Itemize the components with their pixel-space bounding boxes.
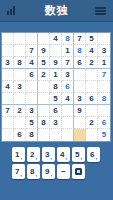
key-sub-mark: , (50, 154, 52, 160)
cell-r1c2[interactable] (14, 33, 26, 45)
cell-r9c7[interactable] (74, 129, 86, 141)
sudoku-board: 4875791843384597621621374386543687236958… (1, 32, 111, 142)
key-digit: 7 (15, 168, 19, 176)
cell-r1c9[interactable] (98, 33, 110, 45)
cell-r9c3[interactable]: 8 (26, 129, 38, 141)
cell-r5c1[interactable]: 4 (2, 81, 14, 93)
cell-r9c5[interactable] (50, 129, 62, 141)
cell-r5c3[interactable] (26, 81, 38, 93)
cell-r6c8[interactable]: 6 (86, 93, 98, 105)
key-digit: 4 (60, 151, 64, 159)
cell-r2c8[interactable]: 4 (86, 45, 98, 57)
keypad-row-1: 1,2,3,4,5,6, (12, 147, 100, 162)
cell-r8c4[interactable]: 8 (38, 117, 50, 129)
cell-r3c5[interactable]: 9 (50, 57, 62, 69)
key-4[interactable]: 4, (57, 147, 70, 162)
cell-r4c2[interactable] (14, 69, 26, 81)
cell-r9c2[interactable]: 6 (14, 129, 26, 141)
cell-r8c3[interactable]: 5 (26, 117, 38, 129)
cell-r5c5[interactable]: 8 (50, 81, 62, 93)
key-sub-mark: , (20, 171, 22, 177)
cell-r8c9[interactable]: 6 (98, 117, 110, 129)
cell-r6c2[interactable] (14, 93, 26, 105)
cell-r3c3[interactable]: 4 (26, 57, 38, 69)
key-digit: 1 (15, 151, 19, 159)
cell-r8c5[interactable]: 3 (50, 117, 62, 129)
cell-r6c6[interactable]: 4 (62, 93, 74, 105)
cell-r1c7[interactable]: 7 (74, 33, 86, 45)
cell-r1c1[interactable] (2, 33, 14, 45)
cell-r6c3[interactable] (26, 93, 38, 105)
key-1[interactable]: 1, (12, 147, 25, 162)
cell-r4c8[interactable] (86, 69, 98, 81)
cell-r7c5[interactable]: 6 (50, 105, 62, 117)
cell-r5c7[interactable] (74, 81, 86, 93)
key-5[interactable]: 5, (72, 147, 85, 162)
key-7[interactable]: 7, (12, 164, 25, 179)
cell-r4c6[interactable]: 3 (62, 69, 74, 81)
cell-r2c2[interactable] (14, 45, 26, 57)
key-sub-mark: , (35, 154, 37, 160)
cell-r9c9[interactable]: 5 (98, 129, 110, 141)
cell-r8c1[interactable] (2, 117, 14, 129)
cell-r2c9[interactable]: 3 (98, 45, 110, 57)
key-sub-mark: , (20, 154, 22, 160)
cell-r7c4[interactable] (38, 105, 50, 117)
key-8[interactable]: 8, (27, 164, 40, 179)
cell-r4c9[interactable]: 7 (98, 69, 110, 81)
cell-r6c9[interactable]: 8 (98, 93, 110, 105)
cell-r3c4[interactable]: 5 (38, 57, 50, 69)
hamburger-menu-icon[interactable] (95, 7, 106, 15)
key-sub-mark: , (35, 171, 37, 177)
cell-r2c5[interactable] (50, 45, 62, 57)
cell-r9c1[interactable] (2, 129, 14, 141)
cell-r8c2[interactable] (14, 117, 26, 129)
cell-r1c6[interactable]: 8 (62, 33, 74, 45)
key-3[interactable]: 3, (42, 147, 55, 162)
cell-r4c4[interactable]: 2 (38, 69, 50, 81)
key-sub-mark: , (80, 154, 82, 160)
cell-r4c3[interactable]: 6 (26, 69, 38, 81)
keypad-row-2: 7,8,9,− (12, 164, 85, 179)
key-erase[interactable] (72, 164, 85, 179)
cell-r2c6[interactable]: 1 (62, 45, 74, 57)
key-2[interactable]: 2, (27, 147, 40, 162)
cell-r4c5[interactable]: 1 (50, 69, 62, 81)
cell-r3c6[interactable]: 7 (62, 57, 74, 69)
cell-r9c6[interactable] (62, 129, 74, 141)
cell-r7c1[interactable]: 7 (2, 105, 14, 117)
key-digit: 3 (45, 151, 49, 159)
cell-r4c7[interactable] (74, 69, 86, 81)
cell-r8c7[interactable] (74, 117, 86, 129)
cell-r3c1[interactable]: 3 (2, 57, 14, 69)
cell-r1c8[interactable]: 5 (86, 33, 98, 45)
key-sub-mark: , (50, 171, 52, 177)
key-sub-mark: , (65, 154, 67, 160)
app-header: 数独 (0, 0, 113, 22)
cell-r7c6[interactable] (62, 105, 74, 117)
cell-r1c4[interactable] (38, 33, 50, 45)
cell-r7c2[interactable]: 2 (14, 105, 26, 117)
key-digit: 9 (45, 168, 49, 176)
cell-r2c7[interactable]: 8 (74, 45, 86, 57)
cell-r1c3[interactable] (26, 33, 38, 45)
cell-r9c4[interactable] (38, 129, 50, 141)
cell-r1c5[interactable]: 4 (50, 33, 62, 45)
cell-r9c8[interactable] (86, 129, 98, 141)
key-6[interactable]: 6, (87, 147, 100, 162)
cell-r2c4[interactable]: 9 (38, 45, 50, 57)
cell-r8c8[interactable]: 2 (86, 117, 98, 129)
cell-r6c5[interactable]: 5 (50, 93, 62, 105)
key-sub-mark: , (95, 154, 97, 160)
cell-r3c2[interactable]: 8 (14, 57, 26, 69)
cell-r6c1[interactable] (2, 93, 14, 105)
cell-r5c2[interactable]: 3 (14, 81, 26, 93)
cell-r6c7[interactable]: 3 (74, 93, 86, 105)
cell-r7c8[interactable] (86, 105, 98, 117)
cell-r6c4[interactable] (38, 93, 50, 105)
key-digit: 8 (30, 168, 34, 176)
cell-r5c6[interactable]: 6 (62, 81, 74, 93)
cell-r3c7[interactable]: 6 (74, 57, 86, 69)
cell-r5c8[interactable] (86, 81, 98, 93)
cell-r2c3[interactable]: 7 (26, 45, 38, 57)
cell-r7c7[interactable]: 9 (74, 105, 86, 117)
cell-r8c6[interactable] (62, 117, 74, 129)
cell-r2c1[interactable] (2, 45, 14, 57)
cell-r3c8[interactable]: 2 (86, 57, 98, 69)
cell-r7c9[interactable] (98, 105, 110, 117)
cell-r5c4[interactable] (38, 81, 50, 93)
cell-r4c1[interactable] (2, 69, 14, 81)
key-digit: 6 (90, 151, 94, 159)
cell-r3c9[interactable]: 1 (98, 57, 110, 69)
key-digit: 5 (75, 151, 79, 159)
cell-r7c3[interactable]: 3 (26, 105, 38, 117)
key-9[interactable]: 9, (42, 164, 55, 179)
eraser-icon (75, 168, 82, 175)
key-dash[interactable]: − (57, 164, 70, 179)
key-digit: 2 (30, 151, 34, 159)
cell-r5c9[interactable] (98, 81, 110, 93)
sudoku-app-screen: 数独 4875791843384597621621374386543687236… (0, 0, 113, 200)
